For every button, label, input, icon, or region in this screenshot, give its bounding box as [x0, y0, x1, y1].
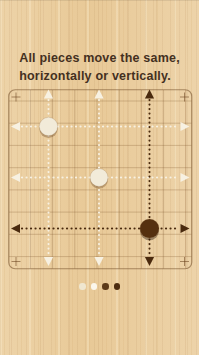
move-arrow-down-icon — [44, 257, 53, 266]
white-piece-2 — [90, 169, 108, 187]
dark-piece — [140, 219, 159, 238]
page-dot-page-4[interactable] — [114, 283, 121, 290]
tutorial-screen: All pieces move the same, horizontally o… — [0, 0, 199, 355]
move-arrow-left-icon — [11, 224, 20, 233]
move-arrow-up-icon — [145, 90, 154, 99]
move-arrow-down-icon — [145, 257, 154, 266]
page-dot-page-1[interactable] — [79, 283, 86, 290]
tutorial-carousel[interactable] — [0, 1, 199, 355]
move-arrow-right-icon — [181, 224, 190, 233]
corner-plus-icon — [180, 93, 189, 102]
corner-plus-icon — [12, 93, 21, 102]
move-arrow-left-icon — [11, 173, 20, 182]
page-dot-page-3[interactable] — [102, 283, 109, 290]
move-arrow-up-icon — [94, 90, 103, 99]
page-dot-page-2[interactable] — [91, 283, 98, 290]
board-svg — [8, 89, 193, 270]
move-arrow-right-icon — [181, 173, 190, 182]
corner-plus-icon — [180, 257, 189, 266]
page-indicator — [0, 283, 199, 290]
corner-plus-icon — [12, 257, 21, 266]
white-piece-1 — [39, 117, 57, 135]
move-arrow-up-icon — [44, 90, 53, 99]
move-arrow-down-icon — [94, 257, 103, 266]
